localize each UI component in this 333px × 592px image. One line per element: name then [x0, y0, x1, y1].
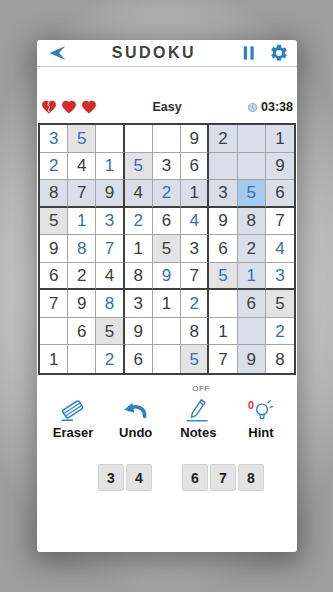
cell-r7c6[interactable]: 2	[181, 290, 209, 318]
cell-r4c5[interactable]: 6	[153, 208, 181, 236]
cell-r9c3[interactable]: 2	[96, 345, 124, 373]
cell-r2c4[interactable]: 5	[125, 153, 153, 181]
eraser-label: Eraser	[53, 425, 93, 440]
sudoku-app-screen: SUDOKU Easy	[37, 40, 297, 552]
numpad-key-3[interactable]: 3	[98, 464, 124, 491]
cell-r7c2[interactable]: 9	[68, 290, 96, 318]
cell-r5c4[interactable]: 1	[125, 235, 153, 263]
cell-r8c7[interactable]: 1	[209, 318, 237, 346]
cell-r1c9[interactable]: 1	[266, 125, 294, 153]
cell-r7c5[interactable]: 1	[153, 290, 181, 318]
cell-r6c2[interactable]: 2	[68, 263, 96, 291]
back-arrow-icon	[45, 43, 69, 63]
sudoku-grid: 3592124153698794213565132649879871536246…	[40, 125, 294, 373]
cell-r9c1[interactable]: 1	[40, 345, 68, 373]
cell-r8c9[interactable]: 2	[266, 318, 294, 346]
timer: 03:38	[215, 100, 293, 114]
cell-r4c3[interactable]: 3	[96, 208, 124, 236]
cell-r6c6[interactable]: 7	[181, 263, 209, 291]
cell-r4c4[interactable]: 2	[125, 208, 153, 236]
cell-r3c8[interactable]: 5	[238, 180, 266, 208]
cell-r2c7[interactable]	[209, 153, 237, 181]
cell-r4c6[interactable]: 4	[181, 208, 209, 236]
cell-r3c1[interactable]: 8	[40, 180, 68, 208]
cell-r7c7[interactable]	[209, 290, 237, 318]
cell-r8c3[interactable]: 5	[96, 318, 124, 346]
status-row: Easy 03:38	[37, 96, 297, 118]
undo-icon	[121, 396, 151, 424]
cell-r6c8[interactable]: 1	[238, 263, 266, 291]
cell-r6c1[interactable]: 6	[40, 263, 68, 291]
cell-r5c5[interactable]: 5	[153, 235, 181, 263]
notes-pencil-icon	[183, 396, 213, 424]
heart-icon	[81, 99, 97, 115]
cell-r3c2[interactable]: 7	[68, 180, 96, 208]
cell-r8c1[interactable]	[40, 318, 68, 346]
cell-r6c4[interactable]: 8	[125, 263, 153, 291]
cell-r5c2[interactable]: 8	[68, 235, 96, 263]
cell-r5c8[interactable]: 2	[238, 235, 266, 263]
cell-r8c6[interactable]: 8	[181, 318, 209, 346]
cell-r2c9[interactable]: 9	[266, 153, 294, 181]
cell-r1c3[interactable]	[96, 125, 124, 153]
cell-r1c7[interactable]: 2	[209, 125, 237, 153]
cell-r1c8[interactable]	[238, 125, 266, 153]
cell-r5c3[interactable]: 7	[96, 235, 124, 263]
cell-r1c2[interactable]: 5	[68, 125, 96, 153]
cell-r9c6[interactable]: 5	[181, 345, 209, 373]
cell-r5c7[interactable]: 6	[209, 235, 237, 263]
cell-r7c9[interactable]: 5	[266, 290, 294, 318]
clock-icon	[247, 102, 258, 113]
broken-heart-icon	[41, 99, 57, 115]
cell-r9c2[interactable]	[68, 345, 96, 373]
gear-icon	[269, 43, 289, 63]
cell-r2c5[interactable]: 3	[153, 153, 181, 181]
numpad-key-8[interactable]: 8	[238, 464, 264, 491]
cell-r3c9[interactable]: 6	[266, 180, 294, 208]
difficulty-label: Easy	[119, 100, 215, 114]
cell-r4c8[interactable]: 8	[238, 208, 266, 236]
cell-r1c1[interactable]: 3	[40, 125, 68, 153]
cell-r7c1[interactable]: 7	[40, 290, 68, 318]
cell-r9c9[interactable]: 8	[266, 345, 294, 373]
cell-r2c2[interactable]: 4	[68, 153, 96, 181]
app-header: SUDOKU	[37, 40, 297, 67]
timer-value: 03:38	[261, 100, 293, 114]
undo-button[interactable]: Undo	[106, 390, 166, 440]
eraser-icon	[58, 396, 88, 424]
toolbar: Eraser Undo OFF Notes 0	[43, 390, 291, 440]
cell-r4c7[interactable]: 9	[209, 208, 237, 236]
cell-r4c9[interactable]: 7	[266, 208, 294, 236]
cell-r3c4[interactable]: 4	[125, 180, 153, 208]
heart-icon	[61, 99, 77, 115]
cell-r5c9[interactable]: 4	[266, 235, 294, 263]
notes-state-badge: OFF	[192, 384, 210, 393]
cell-r6c9[interactable]: 3	[266, 263, 294, 291]
cell-r4c2[interactable]: 1	[68, 208, 96, 236]
cell-r3c7[interactable]: 3	[209, 180, 237, 208]
cell-r3c3[interactable]: 9	[96, 180, 124, 208]
hint-bulb-icon: 0	[246, 396, 276, 424]
cell-r1c4[interactable]	[125, 125, 153, 153]
lives-hearts	[41, 99, 119, 115]
cell-r7c4[interactable]: 3	[125, 290, 153, 318]
cell-r2c1[interactable]: 2	[40, 153, 68, 181]
cell-r2c3[interactable]: 1	[96, 153, 124, 181]
settings-button[interactable]	[269, 43, 289, 63]
cell-r5c6[interactable]: 3	[181, 235, 209, 263]
numpad-key-7[interactable]: 7	[210, 464, 236, 491]
cell-r7c3[interactable]: 8	[96, 290, 124, 318]
hint-label: Hint	[248, 425, 273, 440]
cell-r5c1[interactable]: 9	[40, 235, 68, 263]
cell-r6c3[interactable]: 4	[96, 263, 124, 291]
hint-count-badge: 0	[248, 399, 254, 411]
numpad: 123456789	[42, 464, 292, 491]
notes-button[interactable]: OFF Notes	[168, 390, 228, 440]
eraser-button[interactable]: Eraser	[43, 390, 103, 440]
cell-r9c5[interactable]	[153, 345, 181, 373]
cell-r8c5[interactable]	[153, 318, 181, 346]
cell-r2c6[interactable]: 6	[181, 153, 209, 181]
cell-r9c4[interactable]: 6	[125, 345, 153, 373]
cell-r1c6[interactable]: 9	[181, 125, 209, 153]
numpad-key-6[interactable]: 6	[182, 464, 208, 491]
cell-r1c5[interactable]	[153, 125, 181, 153]
numpad-key-4[interactable]: 4	[126, 464, 152, 491]
cell-r6c7[interactable]: 5	[209, 263, 237, 291]
pause-button[interactable]	[239, 44, 259, 62]
cell-r3c6[interactable]: 1	[181, 180, 209, 208]
cell-r9c8[interactable]: 9	[238, 345, 266, 373]
cell-r8c4[interactable]: 9	[125, 318, 153, 346]
cell-r7c8[interactable]: 6	[238, 290, 266, 318]
cell-r9c7[interactable]: 7	[209, 345, 237, 373]
page-title: SUDOKU	[69, 44, 239, 62]
undo-label: Undo	[119, 425, 152, 440]
cell-r2c8[interactable]	[238, 153, 266, 181]
cell-r6c5[interactable]: 9	[153, 263, 181, 291]
cell-r8c2[interactable]: 6	[68, 318, 96, 346]
cell-r3c5[interactable]: 2	[153, 180, 181, 208]
back-button[interactable]	[45, 43, 69, 63]
pause-icon	[240, 44, 258, 62]
sudoku-board: 3592124153698794213565132649879871536246…	[38, 123, 296, 375]
notes-label: Notes	[180, 425, 216, 440]
hint-button[interactable]: 0 Hint	[231, 390, 291, 440]
cell-r8c8[interactable]	[238, 318, 266, 346]
cell-r4c1[interactable]: 5	[40, 208, 68, 236]
